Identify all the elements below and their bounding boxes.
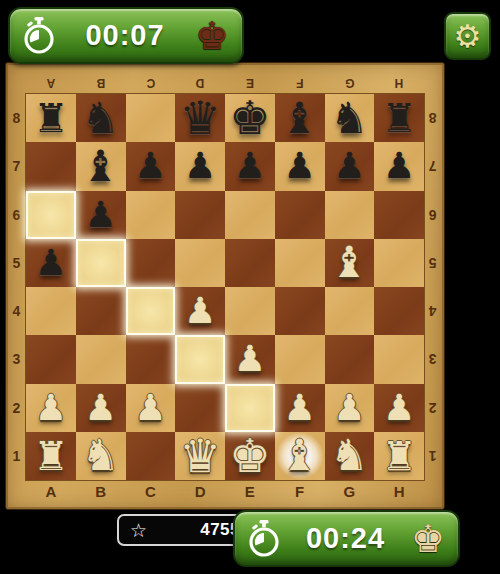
file-label-f: F bbox=[275, 483, 325, 503]
rank-label-right-4: 4 bbox=[425, 287, 440, 335]
black-pawn: ♟ bbox=[234, 148, 266, 184]
square-d5[interactable] bbox=[175, 239, 225, 287]
square-d6[interactable] bbox=[175, 191, 225, 239]
stopwatch-icon bbox=[248, 520, 280, 558]
square-b3[interactable] bbox=[76, 335, 126, 383]
square-e1[interactable]: ♚ bbox=[225, 432, 275, 480]
rank-label-1: 1 bbox=[9, 432, 24, 480]
square-b7[interactable]: ♝ bbox=[76, 142, 126, 190]
stopwatch-icon bbox=[23, 17, 55, 55]
square-b4[interactable] bbox=[76, 287, 126, 335]
white-bishop: ♝ bbox=[330, 241, 369, 284]
square-b6[interactable]: ♟ bbox=[76, 191, 126, 239]
white-knight: ♞ bbox=[81, 434, 120, 477]
rank-labels-left: 87654321 bbox=[9, 94, 24, 480]
square-f5[interactable] bbox=[275, 239, 325, 287]
black-rook: ♜ bbox=[33, 98, 69, 138]
file-label-h: H bbox=[374, 483, 424, 503]
square-e7[interactable]: ♟ bbox=[225, 142, 275, 190]
white-pawn: ♟ bbox=[35, 390, 67, 426]
square-f1[interactable]: ♝ bbox=[275, 432, 325, 480]
file-label-top-d: D bbox=[175, 70, 225, 90]
square-a3[interactable] bbox=[26, 335, 76, 383]
file-label-e: E bbox=[225, 483, 275, 503]
square-d3[interactable] bbox=[175, 335, 225, 383]
square-b1[interactable]: ♞ bbox=[76, 432, 126, 480]
white-queen: ♛ bbox=[180, 433, 221, 479]
square-a1[interactable]: ♜ bbox=[26, 432, 76, 480]
file-label-top-h: H bbox=[374, 70, 424, 90]
square-f4[interactable] bbox=[275, 287, 325, 335]
white-pawn: ♟ bbox=[383, 390, 415, 426]
square-e3[interactable]: ♟ bbox=[225, 335, 275, 383]
black-knight: ♞ bbox=[81, 97, 120, 140]
rank-labels-right: 87654321 bbox=[425, 94, 440, 480]
black-pawn: ♟ bbox=[333, 148, 365, 184]
square-d2[interactable] bbox=[175, 384, 225, 432]
rank-label-7: 7 bbox=[9, 142, 24, 190]
square-e2[interactable] bbox=[225, 384, 275, 432]
black-king: ♚ bbox=[229, 95, 270, 141]
square-h1[interactable]: ♜ bbox=[374, 432, 424, 480]
square-g1[interactable]: ♞ bbox=[325, 432, 375, 480]
chess-board: ABCDEFGH ABCDEFGH 87654321 87654321 ♜♞♛♚… bbox=[5, 62, 445, 510]
square-c6[interactable] bbox=[126, 191, 176, 239]
black-queen: ♛ bbox=[180, 95, 221, 141]
white-king: ♚ bbox=[229, 433, 270, 479]
square-b8[interactable]: ♞ bbox=[76, 94, 126, 142]
square-a4[interactable] bbox=[26, 287, 76, 335]
file-label-a: A bbox=[26, 483, 76, 503]
square-f7[interactable]: ♟ bbox=[275, 142, 325, 190]
square-g4[interactable] bbox=[325, 287, 375, 335]
square-e5[interactable] bbox=[225, 239, 275, 287]
rank-label-8: 8 bbox=[9, 94, 24, 142]
square-h8[interactable]: ♜ bbox=[374, 94, 424, 142]
black-king-icon: ♚ bbox=[195, 17, 229, 55]
black-pawn: ♟ bbox=[134, 148, 166, 184]
square-h2[interactable]: ♟ bbox=[374, 384, 424, 432]
square-c3[interactable] bbox=[126, 335, 176, 383]
star-icon: ☆ bbox=[130, 521, 147, 540]
white-rook: ♜ bbox=[381, 436, 417, 476]
rank-label-right-2: 2 bbox=[425, 384, 440, 432]
square-e6[interactable] bbox=[225, 191, 275, 239]
white-rook: ♜ bbox=[33, 436, 69, 476]
rank-label-6: 6 bbox=[9, 191, 24, 239]
square-d1[interactable]: ♛ bbox=[175, 432, 225, 480]
square-h7[interactable]: ♟ bbox=[374, 142, 424, 190]
rank-label-right-1: 1 bbox=[425, 432, 440, 480]
black-pawn: ♟ bbox=[35, 245, 67, 281]
square-a6[interactable] bbox=[26, 191, 76, 239]
rank-label-right-7: 7 bbox=[425, 142, 440, 190]
square-g8[interactable]: ♞ bbox=[325, 94, 375, 142]
square-c7[interactable]: ♟ bbox=[126, 142, 176, 190]
square-c1[interactable] bbox=[126, 432, 176, 480]
square-d4[interactable]: ♟ bbox=[175, 287, 225, 335]
black-timer-value: 00:07 bbox=[85, 19, 164, 52]
black-rook: ♜ bbox=[381, 98, 417, 138]
square-f2[interactable]: ♟ bbox=[275, 384, 325, 432]
rank-label-right-3: 3 bbox=[425, 335, 440, 383]
square-f8[interactable]: ♝ bbox=[275, 94, 325, 142]
rank-label-right-5: 5 bbox=[425, 239, 440, 287]
file-label-d: D bbox=[175, 483, 225, 503]
black-pawn: ♟ bbox=[84, 197, 116, 233]
square-b2[interactable]: ♟ bbox=[76, 384, 126, 432]
file-label-c: C bbox=[126, 483, 176, 503]
square-h3[interactable] bbox=[374, 335, 424, 383]
file-label-top-c: C bbox=[126, 70, 176, 90]
chess-app: 00:07 ♚ ⚙ ABCDEFGH ABCDEFGH 87654321 876… bbox=[0, 0, 500, 574]
white-knight: ♞ bbox=[330, 434, 369, 477]
square-a2[interactable]: ♟ bbox=[26, 384, 76, 432]
rank-label-2: 2 bbox=[9, 384, 24, 432]
square-g3[interactable] bbox=[325, 335, 375, 383]
square-f6[interactable] bbox=[275, 191, 325, 239]
square-g6[interactable] bbox=[325, 191, 375, 239]
white-pawn: ♟ bbox=[184, 293, 216, 329]
black-timer: 00:07 ♚ bbox=[8, 7, 244, 64]
square-g2[interactable]: ♟ bbox=[325, 384, 375, 432]
black-bishop: ♝ bbox=[81, 145, 120, 188]
square-c2[interactable]: ♟ bbox=[126, 384, 176, 432]
rank-label-right-6: 6 bbox=[425, 191, 440, 239]
square-a8[interactable]: ♜ bbox=[26, 94, 76, 142]
board-grid: ♜♞♛♚♝♞♜♝♟♟♟♟♟♟♟♟♝♟♟♟♟♟♟♟♟♜♞♛♚♝♞♜ bbox=[26, 94, 424, 480]
black-bishop: ♝ bbox=[280, 97, 319, 140]
square-c4[interactable] bbox=[126, 287, 176, 335]
square-g7[interactable]: ♟ bbox=[325, 142, 375, 190]
square-h4[interactable] bbox=[374, 287, 424, 335]
square-c8[interactable] bbox=[126, 94, 176, 142]
black-pawn: ♟ bbox=[383, 148, 415, 184]
file-label-top-f: F bbox=[275, 70, 325, 90]
rank-label-3: 3 bbox=[9, 335, 24, 383]
white-pawn: ♟ bbox=[84, 390, 116, 426]
white-pawn: ♟ bbox=[134, 390, 166, 426]
square-e4[interactable] bbox=[225, 287, 275, 335]
file-labels-bottom: ABCDEFGH bbox=[26, 483, 424, 503]
settings-button[interactable]: ⚙ bbox=[444, 12, 491, 60]
white-bishop: ♝ bbox=[280, 434, 319, 477]
rank-label-right-8: 8 bbox=[425, 94, 440, 142]
file-label-b: B bbox=[76, 483, 126, 503]
white-king-icon: ♚ bbox=[411, 520, 445, 558]
black-pawn: ♟ bbox=[184, 148, 216, 184]
square-a7[interactable] bbox=[26, 142, 76, 190]
file-label-g: G bbox=[325, 483, 375, 503]
white-pawn: ♟ bbox=[283, 390, 315, 426]
white-timer: 00:24 ♚ bbox=[233, 510, 460, 567]
file-label-top-e: E bbox=[225, 70, 275, 90]
white-pawn: ♟ bbox=[234, 341, 266, 377]
black-pawn: ♟ bbox=[283, 148, 315, 184]
square-h5[interactable] bbox=[374, 239, 424, 287]
gear-icon: ⚙ bbox=[454, 21, 482, 52]
rank-label-4: 4 bbox=[9, 287, 24, 335]
file-label-top-a: A bbox=[26, 70, 76, 90]
square-e8[interactable]: ♚ bbox=[225, 94, 275, 142]
white-timer-value: 00:24 bbox=[306, 522, 385, 555]
square-f3[interactable] bbox=[275, 335, 325, 383]
square-c5[interactable] bbox=[126, 239, 176, 287]
white-pawn: ♟ bbox=[333, 390, 365, 426]
square-d7[interactable]: ♟ bbox=[175, 142, 225, 190]
square-h6[interactable] bbox=[374, 191, 424, 239]
file-label-top-b: B bbox=[76, 70, 126, 90]
square-b5[interactable] bbox=[76, 239, 126, 287]
black-knight: ♞ bbox=[330, 97, 369, 140]
square-d8[interactable]: ♛ bbox=[175, 94, 225, 142]
rank-label-5: 5 bbox=[9, 239, 24, 287]
file-labels-top: ABCDEFGH bbox=[26, 70, 424, 90]
square-a5[interactable]: ♟ bbox=[26, 239, 76, 287]
square-g5[interactable]: ♝ bbox=[325, 239, 375, 287]
file-label-top-g: G bbox=[325, 70, 375, 90]
